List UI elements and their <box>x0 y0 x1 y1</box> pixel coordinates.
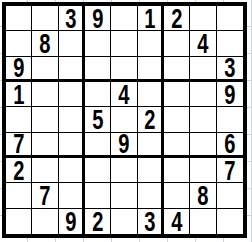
cell-r9c6[interactable]: 3 <box>138 209 164 234</box>
cell-r4c8[interactable] <box>190 82 216 107</box>
cell-r2c2[interactable]: 8 <box>32 31 58 56</box>
cell-r7c4[interactable] <box>85 158 111 183</box>
cell-r3c5[interactable] <box>111 57 137 82</box>
cell-r7c7[interactable] <box>164 158 190 183</box>
cell-r4c4[interactable] <box>85 82 111 107</box>
cell-r3c4[interactable] <box>85 57 111 82</box>
given-digit: 2 <box>171 6 182 31</box>
cell-r1c1[interactable] <box>6 6 32 31</box>
cell-r6c9[interactable]: 6 <box>217 133 243 158</box>
cell-r6c8[interactable] <box>190 133 216 158</box>
cell-r8c5[interactable] <box>111 183 137 208</box>
given-digit: 5 <box>92 107 103 132</box>
given-digit: 1 <box>144 6 155 31</box>
cell-r3c7[interactable] <box>164 57 190 82</box>
given-digit: 7 <box>13 133 24 158</box>
cell-r4c6[interactable] <box>138 82 164 107</box>
cell-r2c5[interactable] <box>111 31 137 56</box>
cell-r3c8[interactable] <box>190 57 216 82</box>
cell-r9c5[interactable] <box>111 209 137 234</box>
given-digit: 3 <box>224 57 235 82</box>
given-digit: 9 <box>224 82 235 107</box>
cell-r5c3[interactable] <box>59 107 85 132</box>
cell-r6c4[interactable] <box>85 133 111 158</box>
cell-r9c3[interactable]: 9 <box>59 209 85 234</box>
cell-r1c4[interactable]: 9 <box>85 6 111 31</box>
cell-r8c2[interactable]: 7 <box>32 183 58 208</box>
cell-r1c7[interactable]: 2 <box>164 6 190 31</box>
cell-r8c9[interactable] <box>217 183 243 208</box>
cell-r9c8[interactable] <box>190 209 216 234</box>
given-digit: 6 <box>224 133 235 158</box>
cell-r5c1[interactable] <box>6 107 32 132</box>
cell-r5c4[interactable]: 5 <box>85 107 111 132</box>
given-digit: 9 <box>65 209 76 234</box>
cell-r7c9[interactable]: 7 <box>217 158 243 183</box>
cell-r6c2[interactable] <box>32 133 58 158</box>
given-digit: 9 <box>92 6 103 31</box>
given-digit: 9 <box>118 133 129 158</box>
cell-r2c6[interactable] <box>138 31 164 56</box>
cell-r3c6[interactable] <box>138 57 164 82</box>
given-digit: 4 <box>171 209 182 234</box>
cell-r6c3[interactable] <box>59 133 85 158</box>
cell-r8c1[interactable] <box>6 183 32 208</box>
cell-r5c7[interactable] <box>164 107 190 132</box>
cell-r6c5[interactable]: 9 <box>111 133 137 158</box>
cell-r2c1[interactable] <box>6 31 32 56</box>
cell-r4c7[interactable] <box>164 82 190 107</box>
given-digit: 1 <box>13 82 24 107</box>
cell-r2c3[interactable] <box>59 31 85 56</box>
cell-r9c7[interactable]: 4 <box>164 209 190 234</box>
given-digit: 8 <box>197 183 208 208</box>
cell-r3c3[interactable] <box>59 57 85 82</box>
cell-r9c4[interactable]: 2 <box>85 209 111 234</box>
cell-r4c3[interactable] <box>59 82 85 107</box>
cell-r5c9[interactable] <box>217 107 243 132</box>
cell-r8c3[interactable] <box>59 183 85 208</box>
given-digit: 4 <box>118 82 129 107</box>
cell-r2c9[interactable] <box>217 31 243 56</box>
cell-r7c6[interactable] <box>138 158 164 183</box>
cell-r8c7[interactable] <box>164 183 190 208</box>
cell-r6c6[interactable] <box>138 133 164 158</box>
given-digit: 8 <box>39 31 50 56</box>
given-digit: 3 <box>65 6 76 31</box>
cell-r4c1[interactable]: 1 <box>6 82 32 107</box>
cell-r1c6[interactable]: 1 <box>138 6 164 31</box>
cell-r5c8[interactable] <box>190 107 216 132</box>
cell-r8c4[interactable] <box>85 183 111 208</box>
given-digit: 2 <box>13 158 24 183</box>
cell-r6c1[interactable]: 7 <box>6 133 32 158</box>
cell-r5c2[interactable] <box>32 107 58 132</box>
cell-r3c1[interactable]: 9 <box>6 57 32 82</box>
cell-r5c5[interactable] <box>111 107 137 132</box>
cell-r2c7[interactable] <box>164 31 190 56</box>
cell-r1c8[interactable] <box>190 6 216 31</box>
cell-r4c2[interactable] <box>32 82 58 107</box>
cell-r9c1[interactable] <box>6 209 32 234</box>
cell-r1c2[interactable] <box>32 6 58 31</box>
cell-r8c8[interactable]: 8 <box>190 183 216 208</box>
cell-r9c2[interactable] <box>32 209 58 234</box>
cell-r7c8[interactable] <box>190 158 216 183</box>
cell-r1c3[interactable]: 3 <box>59 6 85 31</box>
cell-r4c5[interactable]: 4 <box>111 82 137 107</box>
given-digit: 9 <box>13 57 24 82</box>
cell-r4c9[interactable]: 9 <box>217 82 243 107</box>
cell-r9c9[interactable] <box>217 209 243 234</box>
cell-r7c5[interactable] <box>111 158 137 183</box>
cell-r7c3[interactable] <box>59 158 85 183</box>
sudoku-screenshot: 391284931495279627789234 <box>0 0 252 242</box>
cell-r7c2[interactable] <box>32 158 58 183</box>
given-digit: 7 <box>224 158 235 183</box>
given-digit: 4 <box>197 31 208 56</box>
cell-r7c1[interactable]: 2 <box>6 158 32 183</box>
given-digit: 3 <box>144 209 155 234</box>
cell-r5c6[interactable]: 2 <box>138 107 164 132</box>
cell-r1c5[interactable] <box>111 6 137 31</box>
cell-r6c7[interactable] <box>164 133 190 158</box>
given-digit: 7 <box>39 183 50 208</box>
cell-r3c2[interactable] <box>32 57 58 82</box>
cell-r2c4[interactable] <box>85 31 111 56</box>
given-digit: 2 <box>92 209 103 234</box>
cell-r8c6[interactable] <box>138 183 164 208</box>
cell-r3c9[interactable]: 3 <box>217 57 243 82</box>
given-digit: 2 <box>144 107 155 132</box>
sudoku-board: 391284931495279627789234 <box>2 2 247 238</box>
cell-r1c9[interactable] <box>217 6 243 31</box>
cell-r2c8[interactable]: 4 <box>190 31 216 56</box>
